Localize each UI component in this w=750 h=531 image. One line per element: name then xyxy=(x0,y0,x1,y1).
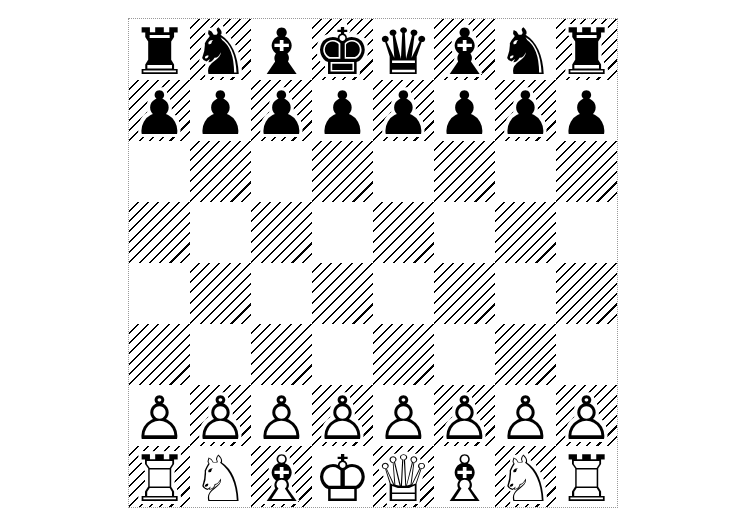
square-c2[interactable]: ♟♙ xyxy=(251,385,312,446)
square-c6[interactable] xyxy=(251,141,312,202)
white-bishop-piece: ♝♗ xyxy=(253,449,310,510)
square-e1[interactable]: ♛♕ xyxy=(373,446,434,507)
white-rook-glyph: ♖ xyxy=(558,442,615,516)
square-g4[interactable] xyxy=(495,263,556,324)
black-pawn-piece: ♟ xyxy=(438,83,492,144)
square-e7[interactable]: ♟ xyxy=(373,80,434,141)
square-d1[interactable]: ♚♔ xyxy=(312,446,373,507)
black-rook-piece: ♜ xyxy=(131,22,188,83)
square-d2[interactable]: ♟♙ xyxy=(312,385,373,446)
square-e3[interactable] xyxy=(373,324,434,385)
square-a5[interactable] xyxy=(129,202,190,263)
white-king-piece: ♚♔ xyxy=(314,449,371,510)
square-a6[interactable] xyxy=(129,141,190,202)
white-knight-glyph: ♘ xyxy=(497,442,554,516)
square-b7[interactable]: ♟ xyxy=(190,80,251,141)
square-d3[interactable] xyxy=(312,324,373,385)
black-knight-piece: ♞ xyxy=(192,22,249,83)
square-d4[interactable] xyxy=(312,263,373,324)
square-h2[interactable]: ♟♙ xyxy=(556,385,617,446)
square-g6[interactable] xyxy=(495,141,556,202)
square-b4[interactable] xyxy=(190,263,251,324)
square-d5[interactable] xyxy=(312,202,373,263)
square-h8[interactable]: ♜ xyxy=(556,19,617,80)
white-pawn-piece: ♟♙ xyxy=(255,388,309,449)
square-f3[interactable] xyxy=(434,324,495,385)
white-bishop-glyph: ♗ xyxy=(436,442,493,516)
square-f8[interactable]: ♝ xyxy=(434,19,495,80)
white-knight-glyph: ♘ xyxy=(192,442,249,516)
black-pawn-piece: ♟ xyxy=(194,83,248,144)
square-a3[interactable] xyxy=(129,324,190,385)
black-king-piece: ♚ xyxy=(314,22,371,83)
square-f7[interactable]: ♟ xyxy=(434,80,495,141)
page-background: ♜♞♝♚♛♝♞♜♟♟♟♟♟♟♟♟♟♙♟♙♟♙♟♙♟♙♟♙♟♙♟♙♜♖♞♘♝♗♚♔… xyxy=(0,0,750,531)
square-e8[interactable]: ♛ xyxy=(373,19,434,80)
square-e6[interactable] xyxy=(373,141,434,202)
white-pawn-piece: ♟♙ xyxy=(499,388,553,449)
square-f4[interactable] xyxy=(434,263,495,324)
square-c3[interactable] xyxy=(251,324,312,385)
square-a8[interactable]: ♜ xyxy=(129,19,190,80)
white-bishop-piece: ♝♗ xyxy=(436,449,493,510)
square-e5[interactable] xyxy=(373,202,434,263)
square-g1[interactable]: ♞♘ xyxy=(495,446,556,507)
white-queen-glyph: ♕ xyxy=(375,442,432,516)
white-rook-piece: ♜♖ xyxy=(131,449,188,510)
square-a1[interactable]: ♜♖ xyxy=(129,446,190,507)
white-pawn-piece: ♟♙ xyxy=(316,388,370,449)
black-knight-piece: ♞ xyxy=(497,22,554,83)
square-g3[interactable] xyxy=(495,324,556,385)
black-pawn-piece: ♟ xyxy=(133,83,187,144)
square-b1[interactable]: ♞♘ xyxy=(190,446,251,507)
square-b3[interactable] xyxy=(190,324,251,385)
white-knight-piece: ♞♘ xyxy=(497,449,554,510)
square-h1[interactable]: ♜♖ xyxy=(556,446,617,507)
square-a2[interactable]: ♟♙ xyxy=(129,385,190,446)
square-b8[interactable]: ♞ xyxy=(190,19,251,80)
square-b2[interactable]: ♟♙ xyxy=(190,385,251,446)
square-g7[interactable]: ♟ xyxy=(495,80,556,141)
white-king-glyph: ♔ xyxy=(314,442,371,516)
square-h3[interactable] xyxy=(556,324,617,385)
square-c5[interactable] xyxy=(251,202,312,263)
square-f2[interactable]: ♟♙ xyxy=(434,385,495,446)
square-c7[interactable]: ♟ xyxy=(251,80,312,141)
black-bishop-piece: ♝ xyxy=(253,22,310,83)
black-pawn-piece: ♟ xyxy=(499,83,553,144)
square-h7[interactable]: ♟ xyxy=(556,80,617,141)
square-g5[interactable] xyxy=(495,202,556,263)
chess-board: ♜♞♝♚♛♝♞♜♟♟♟♟♟♟♟♟♟♙♟♙♟♙♟♙♟♙♟♙♟♙♟♙♜♖♞♘♝♗♚♔… xyxy=(129,19,617,507)
white-queen-piece: ♛♕ xyxy=(375,449,432,510)
black-pawn-piece: ♟ xyxy=(255,83,309,144)
square-d6[interactable] xyxy=(312,141,373,202)
square-f5[interactable] xyxy=(434,202,495,263)
white-pawn-piece: ♟♙ xyxy=(377,388,431,449)
white-knight-piece: ♞♘ xyxy=(192,449,249,510)
square-h5[interactable] xyxy=(556,202,617,263)
square-c8[interactable]: ♝ xyxy=(251,19,312,80)
square-b5[interactable] xyxy=(190,202,251,263)
black-bishop-piece: ♝ xyxy=(436,22,493,83)
square-g2[interactable]: ♟♙ xyxy=(495,385,556,446)
square-e2[interactable]: ♟♙ xyxy=(373,385,434,446)
black-pawn-piece: ♟ xyxy=(377,83,431,144)
square-g8[interactable]: ♞ xyxy=(495,19,556,80)
black-rook-piece: ♜ xyxy=(558,22,615,83)
white-rook-piece: ♜♖ xyxy=(558,449,615,510)
black-pawn-piece: ♟ xyxy=(316,83,370,144)
square-c4[interactable] xyxy=(251,263,312,324)
square-c1[interactable]: ♝♗ xyxy=(251,446,312,507)
square-h6[interactable] xyxy=(556,141,617,202)
square-a4[interactable] xyxy=(129,263,190,324)
white-pawn-piece: ♟♙ xyxy=(560,388,614,449)
white-bishop-glyph: ♗ xyxy=(253,442,310,516)
square-d7[interactable]: ♟ xyxy=(312,80,373,141)
square-a7[interactable]: ♟ xyxy=(129,80,190,141)
white-pawn-piece: ♟♙ xyxy=(133,388,187,449)
square-f1[interactable]: ♝♗ xyxy=(434,446,495,507)
white-pawn-piece: ♟♙ xyxy=(438,388,492,449)
black-pawn-piece: ♟ xyxy=(560,83,614,144)
white-rook-glyph: ♖ xyxy=(131,442,188,516)
square-d8[interactable]: ♚ xyxy=(312,19,373,80)
black-queen-piece: ♛ xyxy=(375,22,432,83)
square-b6[interactable] xyxy=(190,141,251,202)
square-f6[interactable] xyxy=(434,141,495,202)
square-e4[interactable] xyxy=(373,263,434,324)
white-pawn-piece: ♟♙ xyxy=(194,388,248,449)
square-h4[interactable] xyxy=(556,263,617,324)
